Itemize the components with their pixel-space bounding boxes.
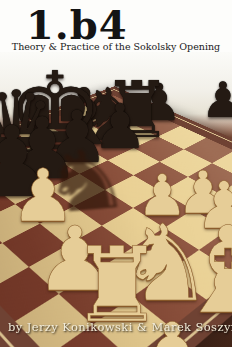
authors-line: by Jerzy Konikowski & Marek Soszynski bbox=[8, 320, 232, 334]
cover-photo: ♟ ♟ ♜ ♞ ♟ ♝ ♚ ♛ ♟ ♟ ♟ ♞ ♟ ♟ ♟ ♟ ♟ ♞ ♝ ♜ … bbox=[0, 52, 232, 347]
book-subtitle: Theory & Practice of the Sokolsky Openin… bbox=[0, 41, 232, 52]
knight-shadow: ♞ bbox=[37, 135, 134, 227]
book-cover: 1.b4 Theory & Practice of the Sokolsky O… bbox=[0, 0, 232, 347]
piece-layer: ♟ ♟ ♜ ♞ ♟ ♝ ♚ ♛ ♟ ♟ ♟ ♞ ♟ ♟ ♟ ♟ ♟ ♞ ♝ ♜ … bbox=[0, 52, 232, 347]
title-block: 1.b4 Theory & Practice of the Sokolsky O… bbox=[0, 0, 232, 52]
black-pawn: ♟ bbox=[201, 76, 232, 125]
